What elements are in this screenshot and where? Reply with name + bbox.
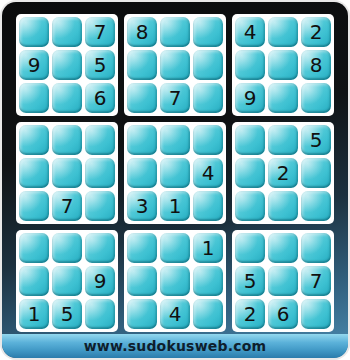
sudoku-cell-r3c7[interactable]: 9 (235, 83, 265, 113)
sudoku-box-4: 7 (16, 122, 118, 224)
sudoku-cell-r9c1[interactable]: 1 (19, 299, 49, 329)
sudoku-cell-r5c5[interactable] (160, 158, 190, 188)
sudoku-cell-r6c8[interactable] (268, 191, 298, 221)
sudoku-cell-r9c6[interactable] (193, 299, 223, 329)
sudoku-cell-r1c6[interactable] (193, 17, 223, 47)
sudoku-cell-r5c3[interactable] (85, 158, 115, 188)
sudoku-cell-r1c2[interactable] (52, 17, 82, 47)
sudoku-cell-r6c9[interactable] (301, 191, 331, 221)
sudoku-cell-r4c3[interactable] (85, 125, 115, 155)
sudoku-cell-r2c8[interactable] (268, 50, 298, 80)
sudoku-box-5: 431 (124, 122, 226, 224)
sudoku-cell-r8c7[interactable]: 5 (235, 266, 265, 296)
sudoku-cell-r4c2[interactable] (52, 125, 82, 155)
sudoku-cell-r6c6[interactable] (193, 191, 223, 221)
sudoku-cell-r8c3[interactable]: 9 (85, 266, 115, 296)
sudoku-cell-r2c1[interactable]: 9 (19, 50, 49, 80)
sudoku-cell-r7c4[interactable] (127, 233, 157, 263)
sudoku-app: 7956874289743152915145726 www.sudokusweb… (0, 0, 350, 360)
sudoku-cell-r1c1[interactable] (19, 17, 49, 47)
sudoku-cell-r8c4[interactable] (127, 266, 157, 296)
sudoku-cell-r7c6[interactable]: 1 (193, 233, 223, 263)
sudoku-cell-r2c2[interactable] (52, 50, 82, 80)
sudoku-cell-r3c2[interactable] (52, 83, 82, 113)
sudoku-cell-r1c8[interactable] (268, 17, 298, 47)
sudoku-cell-r1c7[interactable]: 4 (235, 17, 265, 47)
sudoku-cell-r1c5[interactable] (160, 17, 190, 47)
sudoku-cell-r8c8[interactable] (268, 266, 298, 296)
sudoku-cell-r7c1[interactable] (19, 233, 49, 263)
sudoku-cell-r5c4[interactable] (127, 158, 157, 188)
sudoku-cell-r4c9[interactable]: 5 (301, 125, 331, 155)
sudoku-cell-r2c4[interactable] (127, 50, 157, 80)
sudoku-cell-r2c5[interactable] (160, 50, 190, 80)
sudoku-cell-r7c2[interactable] (52, 233, 82, 263)
sudoku-cell-r4c1[interactable] (19, 125, 49, 155)
sudoku-box-6: 52 (232, 122, 334, 224)
sudoku-cell-r1c3[interactable]: 7 (85, 17, 115, 47)
sudoku-cell-r2c6[interactable] (193, 50, 223, 80)
footer-bar: www.sudokusweb.com (2, 334, 348, 358)
sudoku-cell-r5c2[interactable] (52, 158, 82, 188)
sudoku-cell-r2c7[interactable] (235, 50, 265, 80)
sudoku-box-8: 14 (124, 230, 226, 332)
sudoku-cell-r9c4[interactable] (127, 299, 157, 329)
sudoku-cell-r9c9[interactable] (301, 299, 331, 329)
sudoku-cell-r3c3[interactable]: 6 (85, 83, 115, 113)
sudoku-cell-r8c9[interactable]: 7 (301, 266, 331, 296)
sudoku-cell-r8c5[interactable] (160, 266, 190, 296)
sudoku-cell-r5c8[interactable]: 2 (268, 158, 298, 188)
sudoku-box-2: 87 (124, 14, 226, 116)
sudoku-cell-r2c3[interactable]: 5 (85, 50, 115, 80)
sudoku-cell-r3c8[interactable] (268, 83, 298, 113)
board-frame: 7956874289743152915145726 www.sudokusweb… (2, 2, 348, 358)
sudoku-cell-r6c1[interactable] (19, 191, 49, 221)
sudoku-cell-r6c3[interactable] (85, 191, 115, 221)
sudoku-box-3: 4289 (232, 14, 334, 116)
sudoku-box-7: 915 (16, 230, 118, 332)
sudoku-cell-r5c1[interactable] (19, 158, 49, 188)
sudoku-cell-r3c4[interactable] (127, 83, 157, 113)
sudoku-cell-r8c6[interactable] (193, 266, 223, 296)
sudoku-cell-r1c4[interactable]: 8 (127, 17, 157, 47)
sudoku-cell-r5c9[interactable] (301, 158, 331, 188)
sudoku-cell-r6c5[interactable]: 1 (160, 191, 190, 221)
sudoku-cell-r1c9[interactable]: 2 (301, 17, 331, 47)
sudoku-cell-r4c4[interactable] (127, 125, 157, 155)
sudoku-cell-r9c5[interactable]: 4 (160, 299, 190, 329)
sudoku-cell-r2c9[interactable]: 8 (301, 50, 331, 80)
sudoku-cell-r4c6[interactable] (193, 125, 223, 155)
sudoku-cell-r7c3[interactable] (85, 233, 115, 263)
sudoku-cell-r5c6[interactable]: 4 (193, 158, 223, 188)
sudoku-cell-r7c9[interactable] (301, 233, 331, 263)
sudoku-cell-r6c7[interactable] (235, 191, 265, 221)
sudoku-cell-r4c7[interactable] (235, 125, 265, 155)
sudoku-cell-r9c3[interactable] (85, 299, 115, 329)
sudoku-cell-r9c2[interactable]: 5 (52, 299, 82, 329)
sudoku-cell-r7c5[interactable] (160, 233, 190, 263)
sudoku-cell-r7c7[interactable] (235, 233, 265, 263)
sudoku-cell-r6c4[interactable]: 3 (127, 191, 157, 221)
sudoku-cell-r4c8[interactable] (268, 125, 298, 155)
sudoku-cell-r9c8[interactable]: 6 (268, 299, 298, 329)
sudoku-box-1: 7956 (16, 14, 118, 116)
sudoku-cell-r5c7[interactable] (235, 158, 265, 188)
sudoku-cell-r8c2[interactable] (52, 266, 82, 296)
sudoku-cell-r3c5[interactable]: 7 (160, 83, 190, 113)
sudoku-cell-r3c1[interactable] (19, 83, 49, 113)
sudoku-board: 7956874289743152915145726 (16, 14, 334, 332)
sudoku-cell-r8c1[interactable] (19, 266, 49, 296)
sudoku-cell-r6c2[interactable]: 7 (52, 191, 82, 221)
sudoku-cell-r3c6[interactable] (193, 83, 223, 113)
sudoku-box-9: 5726 (232, 230, 334, 332)
sudoku-cell-r9c7[interactable]: 2 (235, 299, 265, 329)
sudoku-cell-r3c9[interactable] (301, 83, 331, 113)
sudoku-cell-r7c8[interactable] (268, 233, 298, 263)
website-url: www.sudokusweb.com (84, 338, 267, 354)
sudoku-cell-r4c5[interactable] (160, 125, 190, 155)
